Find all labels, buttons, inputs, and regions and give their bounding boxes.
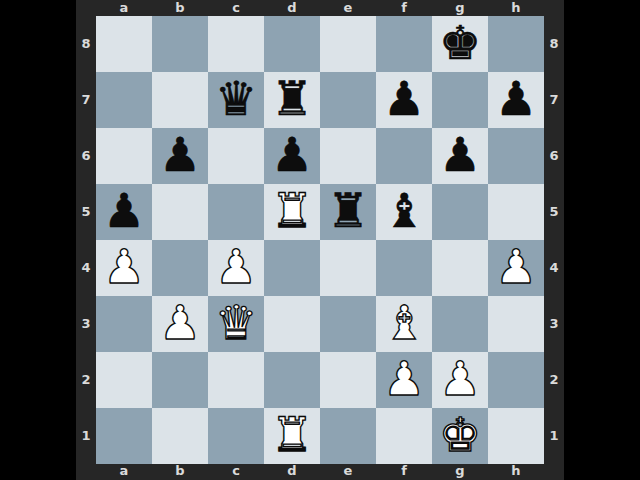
white-pawn-a4: ♟ xyxy=(103,243,145,290)
file-label-b: b xyxy=(152,463,208,479)
file-label-a: a xyxy=(96,0,152,16)
square-d3[interactable] xyxy=(264,296,320,352)
square-b3[interactable]: ♟ xyxy=(152,296,208,352)
rank-label-6: 6 xyxy=(544,128,564,184)
square-g1[interactable]: ♚ xyxy=(432,408,488,464)
square-g8[interactable]: ♚ xyxy=(432,16,488,72)
square-b1[interactable] xyxy=(152,408,208,464)
file-label-a: a xyxy=(96,463,152,479)
rank-label-1: 1 xyxy=(544,408,564,464)
black-pawn-b6: ♟ xyxy=(159,131,201,178)
rank-label-3: 3 xyxy=(76,296,96,352)
square-h8[interactable] xyxy=(488,16,544,72)
square-a1[interactable] xyxy=(96,408,152,464)
white-pawn-b3: ♟ xyxy=(159,299,201,346)
square-b6[interactable]: ♟ xyxy=(152,128,208,184)
square-e4[interactable] xyxy=(320,240,376,296)
square-f2[interactable]: ♟ xyxy=(376,352,432,408)
file-label-e: e xyxy=(320,0,376,16)
file-label-f: f xyxy=(376,463,432,479)
square-e5[interactable]: ♜ xyxy=(320,184,376,240)
rank-label-1: 1 xyxy=(76,408,96,464)
file-label-d: d xyxy=(264,0,320,16)
black-pawn-a5: ♟ xyxy=(103,187,145,234)
square-h3[interactable] xyxy=(488,296,544,352)
rank-label-7: 7 xyxy=(76,72,96,128)
square-a2[interactable] xyxy=(96,352,152,408)
square-f6[interactable] xyxy=(376,128,432,184)
square-e6[interactable] xyxy=(320,128,376,184)
white-king-g1: ♚ xyxy=(439,411,481,458)
square-b8[interactable] xyxy=(152,16,208,72)
square-g3[interactable] xyxy=(432,296,488,352)
square-f8[interactable] xyxy=(376,16,432,72)
square-a3[interactable] xyxy=(96,296,152,352)
black-king-g8: ♚ xyxy=(439,19,481,66)
file-label-d: d xyxy=(264,463,320,479)
square-h1[interactable] xyxy=(488,408,544,464)
square-e2[interactable] xyxy=(320,352,376,408)
square-e8[interactable] xyxy=(320,16,376,72)
white-rook-d1: ♜ xyxy=(271,411,313,458)
square-e1[interactable] xyxy=(320,408,376,464)
file-label-b: b xyxy=(152,0,208,16)
square-d1[interactable]: ♜ xyxy=(264,408,320,464)
square-b2[interactable] xyxy=(152,352,208,408)
file-label-g: g xyxy=(432,463,488,479)
rank-label-5: 5 xyxy=(76,184,96,240)
square-g2[interactable]: ♟ xyxy=(432,352,488,408)
rank-label-2: 2 xyxy=(76,352,96,408)
square-f7[interactable]: ♟ xyxy=(376,72,432,128)
rank-labels-left: 87654321 xyxy=(76,16,96,464)
square-b5[interactable] xyxy=(152,184,208,240)
chess-board: ♚♛♜♟♟♟♟♟♟♜♜♝♟♟♟♟♛♝♟♟♜♚ xyxy=(96,16,544,464)
square-f3[interactable]: ♝ xyxy=(376,296,432,352)
white-pawn-c4: ♟ xyxy=(215,243,257,290)
square-c4[interactable]: ♟ xyxy=(208,240,264,296)
square-d8[interactable] xyxy=(264,16,320,72)
white-pawn-h4: ♟ xyxy=(495,243,537,290)
square-d4[interactable] xyxy=(264,240,320,296)
square-g7[interactable] xyxy=(432,72,488,128)
square-h7[interactable]: ♟ xyxy=(488,72,544,128)
square-d7[interactable]: ♜ xyxy=(264,72,320,128)
black-pawn-d6: ♟ xyxy=(271,131,313,178)
square-h6[interactable] xyxy=(488,128,544,184)
rank-label-8: 8 xyxy=(544,16,564,72)
black-pawn-h7: ♟ xyxy=(495,75,537,122)
file-label-c: c xyxy=(208,0,264,16)
file-label-h: h xyxy=(488,463,544,479)
square-a4[interactable]: ♟ xyxy=(96,240,152,296)
rank-label-8: 8 xyxy=(76,16,96,72)
square-c7[interactable]: ♛ xyxy=(208,72,264,128)
square-a6[interactable] xyxy=(96,128,152,184)
rank-label-2: 2 xyxy=(544,352,564,408)
square-d5[interactable]: ♜ xyxy=(264,184,320,240)
rank-label-4: 4 xyxy=(76,240,96,296)
square-c2[interactable] xyxy=(208,352,264,408)
rank-label-7: 7 xyxy=(544,72,564,128)
square-h4[interactable]: ♟ xyxy=(488,240,544,296)
black-rook-e5: ♜ xyxy=(327,187,369,234)
file-label-e: e xyxy=(320,463,376,479)
square-a7[interactable] xyxy=(96,72,152,128)
square-g5[interactable] xyxy=(432,184,488,240)
square-f5[interactable]: ♝ xyxy=(376,184,432,240)
square-e3[interactable] xyxy=(320,296,376,352)
file-labels-bottom: abcdefgh xyxy=(96,463,544,479)
black-bishop-f5: ♝ xyxy=(383,187,425,234)
rank-label-6: 6 xyxy=(76,128,96,184)
black-pawn-g6: ♟ xyxy=(439,131,481,178)
black-pawn-f7: ♟ xyxy=(383,75,425,122)
black-queen-c7: ♛ xyxy=(215,75,257,122)
square-g4[interactable] xyxy=(432,240,488,296)
square-a5[interactable]: ♟ xyxy=(96,184,152,240)
letterboxed-stage: abcdefgh abcdefgh 87654321 87654321 ♚♛♜♟… xyxy=(0,0,640,480)
file-label-c: c xyxy=(208,463,264,479)
square-a8[interactable] xyxy=(96,16,152,72)
square-e7[interactable] xyxy=(320,72,376,128)
black-rook-d7: ♜ xyxy=(271,75,313,122)
white-bishop-f3: ♝ xyxy=(383,299,425,346)
rank-label-4: 4 xyxy=(544,240,564,296)
square-c5[interactable] xyxy=(208,184,264,240)
square-c8[interactable] xyxy=(208,16,264,72)
square-d6[interactable]: ♟ xyxy=(264,128,320,184)
white-pawn-f2: ♟ xyxy=(383,355,425,402)
square-c1[interactable] xyxy=(208,408,264,464)
square-g6[interactable]: ♟ xyxy=(432,128,488,184)
square-f1[interactable] xyxy=(376,408,432,464)
rank-labels-right: 87654321 xyxy=(544,16,564,464)
white-pawn-g2: ♟ xyxy=(439,355,481,402)
square-h5[interactable] xyxy=(488,184,544,240)
white-queen-c3: ♛ xyxy=(215,299,257,346)
square-b4[interactable] xyxy=(152,240,208,296)
square-b7[interactable] xyxy=(152,72,208,128)
rank-label-5: 5 xyxy=(544,184,564,240)
board-panel: abcdefgh abcdefgh 87654321 87654321 ♚♛♜♟… xyxy=(76,0,564,480)
file-label-f: f xyxy=(376,0,432,16)
rank-label-3: 3 xyxy=(544,296,564,352)
file-label-h: h xyxy=(488,0,544,16)
square-c3[interactable]: ♛ xyxy=(208,296,264,352)
square-f4[interactable] xyxy=(376,240,432,296)
square-c6[interactable] xyxy=(208,128,264,184)
white-rook-d5: ♜ xyxy=(271,187,313,234)
square-d2[interactable] xyxy=(264,352,320,408)
square-h2[interactable] xyxy=(488,352,544,408)
